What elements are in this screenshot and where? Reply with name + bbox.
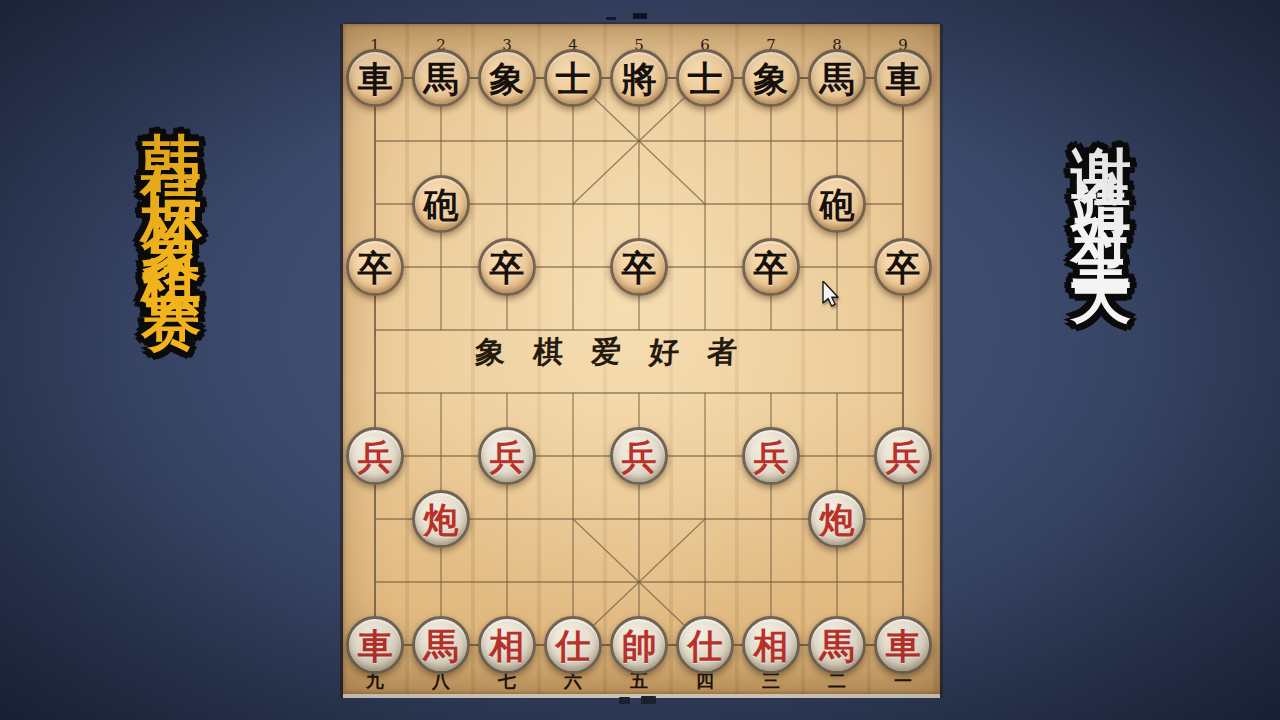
piece-red-f6-r9[interactable]: 仕 (676, 616, 734, 674)
piece-red-f5-r9[interactable]: 帥 (610, 616, 668, 674)
piece-black-f5-r3[interactable]: 卒 (610, 238, 668, 296)
piece-red-f1-r9[interactable]: 車 (346, 616, 404, 674)
piece-black-f8-r2[interactable]: 砲 (808, 175, 866, 233)
piece-black-f1-r0[interactable]: 車 (346, 49, 404, 107)
piece-black-f4-r0[interactable]: 士 (544, 49, 602, 107)
piece-red-f8-r7[interactable]: 炮 (808, 490, 866, 548)
left-caption: 韩信杯象棋赛 (138, 84, 206, 270)
mouse-cursor-icon (822, 281, 848, 313)
piece-black-f3-r0[interactable]: 象 (478, 49, 536, 107)
piece-black-f7-r3[interactable]: 卒 (742, 238, 800, 296)
piece-red-f9-r6[interactable]: 兵 (874, 427, 932, 485)
river-char: 象 (474, 331, 505, 373)
piece-red-f4-r9[interactable]: 仕 (544, 616, 602, 674)
piece-red-f8-r9[interactable]: 馬 (808, 616, 866, 674)
piece-black-f2-r0[interactable]: 馬 (412, 49, 470, 107)
clipped-ui-fragment (606, 17, 616, 20)
river-text: 象棋爱好者 (475, 333, 737, 371)
piece-red-f1-r6[interactable]: 兵 (346, 427, 404, 485)
clipped-ui-fragment (633, 13, 647, 19)
piece-red-f5-r6[interactable]: 兵 (610, 427, 668, 485)
piece-red-f3-r6[interactable]: 兵 (478, 427, 536, 485)
piece-black-f1-r3[interactable]: 卒 (346, 238, 404, 296)
screenshot-stage: 韩信杯象棋赛 谢靖对王天一 (0, 0, 1280, 720)
piece-black-f5-r0[interactable]: 將 (610, 49, 668, 107)
piece-black-f7-r0[interactable]: 象 (742, 49, 800, 107)
river-char: 棋 (532, 331, 563, 373)
piece-red-f7-r9[interactable]: 相 (742, 616, 800, 674)
piece-black-f9-r0[interactable]: 車 (874, 49, 932, 107)
right-caption: 谢靖对王天一 (1068, 98, 1136, 284)
piece-red-f9-r9[interactable]: 車 (874, 616, 932, 674)
river-char: 者 (706, 331, 737, 373)
piece-black-f9-r3[interactable]: 卒 (874, 238, 932, 296)
piece-black-f6-r0[interactable]: 士 (676, 49, 734, 107)
clipped-ui-fragment (641, 696, 656, 704)
piece-red-f7-r6[interactable]: 兵 (742, 427, 800, 485)
piece-red-f2-r9[interactable]: 馬 (412, 616, 470, 674)
clipped-ui-fragment (619, 697, 630, 704)
xiangqi-board[interactable]: 象棋爱好者 123456789 九八七六五四三二一 車馬象士將士象馬車砲砲卒卒卒… (343, 24, 940, 698)
piece-red-f3-r9[interactable]: 相 (478, 616, 536, 674)
river-char: 爱 (590, 331, 621, 373)
piece-red-f2-r7[interactable]: 炮 (412, 490, 470, 548)
river-char: 好 (648, 331, 679, 373)
piece-black-f8-r0[interactable]: 馬 (808, 49, 866, 107)
piece-black-f3-r3[interactable]: 卒 (478, 238, 536, 296)
piece-black-f2-r2[interactable]: 砲 (412, 175, 470, 233)
